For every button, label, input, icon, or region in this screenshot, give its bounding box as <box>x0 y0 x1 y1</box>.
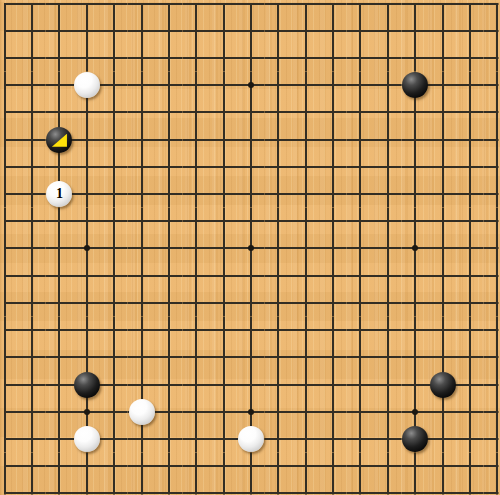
intersection-T18[interactable] <box>484 17 500 44</box>
intersection-J10[interactable] <box>210 235 237 262</box>
intersection-F17[interactable] <box>128 44 155 71</box>
intersection-R15[interactable] <box>429 99 456 126</box>
intersection-O11[interactable] <box>347 208 374 235</box>
intersection-B6[interactable] <box>18 344 45 371</box>
intersection-N2[interactable] <box>319 453 346 480</box>
intersection-S14[interactable] <box>456 126 483 153</box>
intersection-N13[interactable] <box>319 153 346 180</box>
intersection-F14[interactable] <box>128 126 155 153</box>
intersection-D8[interactable] <box>73 289 100 316</box>
intersection-Q19[interactable] <box>402 0 429 17</box>
intersection-J7[interactable] <box>210 317 237 344</box>
intersection-F18[interactable] <box>128 17 155 44</box>
intersection-C18[interactable] <box>46 17 73 44</box>
intersection-N14[interactable] <box>319 126 346 153</box>
intersection-T14[interactable] <box>484 126 500 153</box>
intersection-N9[interactable] <box>319 262 346 289</box>
intersection-C4[interactable] <box>46 398 73 425</box>
intersection-B16[interactable] <box>18 72 45 99</box>
intersection-G9[interactable] <box>155 262 182 289</box>
intersection-C5[interactable] <box>46 371 73 398</box>
intersection-T5[interactable] <box>484 371 500 398</box>
intersection-G6[interactable] <box>155 344 182 371</box>
intersection-N10[interactable] <box>319 235 346 262</box>
intersection-H18[interactable] <box>183 17 210 44</box>
intersection-D19[interactable] <box>73 0 100 17</box>
intersection-R7[interactable] <box>429 317 456 344</box>
intersection-N18[interactable] <box>319 17 346 44</box>
intersection-H7[interactable] <box>183 317 210 344</box>
intersection-B15[interactable] <box>18 99 45 126</box>
intersection-D7[interactable] <box>73 317 100 344</box>
intersection-L13[interactable] <box>265 153 292 180</box>
intersection-R4[interactable] <box>429 398 456 425</box>
intersection-S17[interactable] <box>456 44 483 71</box>
intersection-O13[interactable] <box>347 153 374 180</box>
intersection-E1[interactable] <box>100 480 127 495</box>
intersection-G1[interactable] <box>155 480 182 495</box>
intersection-Q10[interactable] <box>402 235 429 262</box>
intersection-G11[interactable] <box>155 208 182 235</box>
intersection-M18[interactable] <box>292 17 319 44</box>
intersection-N17[interactable] <box>319 44 346 71</box>
intersection-L14[interactable] <box>265 126 292 153</box>
intersection-R9[interactable] <box>429 262 456 289</box>
intersection-G18[interactable] <box>155 17 182 44</box>
intersection-S16[interactable] <box>456 72 483 99</box>
intersection-E11[interactable] <box>100 208 127 235</box>
intersection-L8[interactable] <box>265 289 292 316</box>
intersection-F11[interactable] <box>128 208 155 235</box>
intersection-O17[interactable] <box>347 44 374 71</box>
intersection-A13[interactable] <box>0 153 18 180</box>
intersection-M2[interactable] <box>292 453 319 480</box>
intersection-S5[interactable] <box>456 371 483 398</box>
intersection-E16[interactable] <box>100 72 127 99</box>
intersection-F7[interactable] <box>128 317 155 344</box>
intersection-L6[interactable] <box>265 344 292 371</box>
intersection-M19[interactable] <box>292 0 319 17</box>
intersection-Q12[interactable] <box>402 180 429 207</box>
intersection-D4[interactable] <box>73 398 100 425</box>
intersection-K19[interactable] <box>237 0 264 17</box>
intersection-A18[interactable] <box>0 17 18 44</box>
intersection-H6[interactable] <box>183 344 210 371</box>
intersection-T7[interactable] <box>484 317 500 344</box>
intersection-L19[interactable] <box>265 0 292 17</box>
intersection-J5[interactable] <box>210 371 237 398</box>
intersection-N8[interactable] <box>319 289 346 316</box>
intersection-L16[interactable] <box>265 72 292 99</box>
intersection-P18[interactable] <box>374 17 401 44</box>
intersection-L2[interactable] <box>265 453 292 480</box>
intersection-E13[interactable] <box>100 153 127 180</box>
intersection-L17[interactable] <box>265 44 292 71</box>
intersection-Q15[interactable] <box>402 99 429 126</box>
intersection-B2[interactable] <box>18 453 45 480</box>
intersection-P16[interactable] <box>374 72 401 99</box>
intersection-B10[interactable] <box>18 235 45 262</box>
intersection-G5[interactable] <box>155 371 182 398</box>
intersection-O9[interactable] <box>347 262 374 289</box>
intersection-K9[interactable] <box>237 262 264 289</box>
intersection-Q2[interactable] <box>402 453 429 480</box>
intersection-K11[interactable] <box>237 208 264 235</box>
intersection-B12[interactable] <box>18 180 45 207</box>
intersection-P19[interactable] <box>374 0 401 17</box>
intersection-K16[interactable] <box>237 72 264 99</box>
intersection-D1[interactable] <box>73 480 100 495</box>
intersection-F6[interactable] <box>128 344 155 371</box>
intersection-A8[interactable] <box>0 289 18 316</box>
intersection-N6[interactable] <box>319 344 346 371</box>
intersection-D14[interactable] <box>73 126 100 153</box>
intersection-D9[interactable] <box>73 262 100 289</box>
intersection-B14[interactable] <box>18 126 45 153</box>
intersection-A11[interactable] <box>0 208 18 235</box>
intersection-H3[interactable] <box>183 425 210 452</box>
intersection-J13[interactable] <box>210 153 237 180</box>
intersection-T17[interactable] <box>484 44 500 71</box>
intersection-O5[interactable] <box>347 371 374 398</box>
intersection-G13[interactable] <box>155 153 182 180</box>
intersection-S12[interactable] <box>456 180 483 207</box>
intersection-T16[interactable] <box>484 72 500 99</box>
intersection-L4[interactable] <box>265 398 292 425</box>
intersection-Q8[interactable] <box>402 289 429 316</box>
intersection-L5[interactable] <box>265 371 292 398</box>
intersection-F16[interactable] <box>128 72 155 99</box>
intersection-J1[interactable] <box>210 480 237 495</box>
intersection-Q18[interactable] <box>402 17 429 44</box>
intersection-B17[interactable] <box>18 44 45 71</box>
intersection-N1[interactable] <box>319 480 346 495</box>
intersection-D16[interactable] <box>73 72 100 99</box>
intersection-E4[interactable] <box>100 398 127 425</box>
intersection-K5[interactable] <box>237 371 264 398</box>
intersection-C16[interactable] <box>46 72 73 99</box>
intersection-R18[interactable] <box>429 17 456 44</box>
intersection-F2[interactable] <box>128 453 155 480</box>
intersection-G19[interactable] <box>155 0 182 17</box>
intersection-F10[interactable] <box>128 235 155 262</box>
intersection-H10[interactable] <box>183 235 210 262</box>
intersection-M12[interactable] <box>292 180 319 207</box>
intersection-A6[interactable] <box>0 344 18 371</box>
intersection-R5[interactable] <box>429 371 456 398</box>
intersection-J17[interactable] <box>210 44 237 71</box>
intersection-P12[interactable] <box>374 180 401 207</box>
intersection-R10[interactable] <box>429 235 456 262</box>
intersection-E2[interactable] <box>100 453 127 480</box>
intersection-K17[interactable] <box>237 44 264 71</box>
intersection-B1[interactable] <box>18 480 45 495</box>
intersection-O10[interactable] <box>347 235 374 262</box>
intersection-O3[interactable] <box>347 425 374 452</box>
intersection-O7[interactable] <box>347 317 374 344</box>
intersection-K15[interactable] <box>237 99 264 126</box>
intersection-E15[interactable] <box>100 99 127 126</box>
intersection-J2[interactable] <box>210 453 237 480</box>
intersection-T6[interactable] <box>484 344 500 371</box>
intersection-H17[interactable] <box>183 44 210 71</box>
intersection-B5[interactable] <box>18 371 45 398</box>
intersection-G15[interactable] <box>155 99 182 126</box>
intersection-T1[interactable] <box>484 480 500 495</box>
intersection-Q1[interactable] <box>402 480 429 495</box>
intersection-C15[interactable] <box>46 99 73 126</box>
intersection-P14[interactable] <box>374 126 401 153</box>
intersection-P4[interactable] <box>374 398 401 425</box>
intersection-S10[interactable] <box>456 235 483 262</box>
intersection-P17[interactable] <box>374 44 401 71</box>
intersection-B8[interactable] <box>18 289 45 316</box>
intersection-E6[interactable] <box>100 344 127 371</box>
intersection-S8[interactable] <box>456 289 483 316</box>
intersection-A7[interactable] <box>0 317 18 344</box>
intersection-B7[interactable] <box>18 317 45 344</box>
intersection-P1[interactable] <box>374 480 401 495</box>
intersection-M13[interactable] <box>292 153 319 180</box>
intersection-C12[interactable]: 1 <box>46 180 73 207</box>
intersection-Q7[interactable] <box>402 317 429 344</box>
intersection-C7[interactable] <box>46 317 73 344</box>
intersection-E9[interactable] <box>100 262 127 289</box>
intersection-C14[interactable] <box>46 126 73 153</box>
intersection-K1[interactable] <box>237 480 264 495</box>
intersection-P10[interactable] <box>374 235 401 262</box>
intersection-B11[interactable] <box>18 208 45 235</box>
intersection-H11[interactable] <box>183 208 210 235</box>
intersection-T15[interactable] <box>484 99 500 126</box>
intersection-P8[interactable] <box>374 289 401 316</box>
intersection-S9[interactable] <box>456 262 483 289</box>
intersection-L10[interactable] <box>265 235 292 262</box>
intersection-B13[interactable] <box>18 153 45 180</box>
intersection-G7[interactable] <box>155 317 182 344</box>
intersection-M15[interactable] <box>292 99 319 126</box>
intersection-R6[interactable] <box>429 344 456 371</box>
intersection-A1[interactable] <box>0 480 18 495</box>
intersection-C11[interactable] <box>46 208 73 235</box>
intersection-M4[interactable] <box>292 398 319 425</box>
intersection-A16[interactable] <box>0 72 18 99</box>
intersection-P6[interactable] <box>374 344 401 371</box>
intersection-J4[interactable] <box>210 398 237 425</box>
intersection-G14[interactable] <box>155 126 182 153</box>
intersection-D6[interactable] <box>73 344 100 371</box>
intersection-F15[interactable] <box>128 99 155 126</box>
intersection-C1[interactable] <box>46 480 73 495</box>
intersection-R16[interactable] <box>429 72 456 99</box>
intersection-M3[interactable] <box>292 425 319 452</box>
intersection-O2[interactable] <box>347 453 374 480</box>
intersection-M7[interactable] <box>292 317 319 344</box>
intersection-T10[interactable] <box>484 235 500 262</box>
intersection-J18[interactable] <box>210 17 237 44</box>
intersection-O6[interactable] <box>347 344 374 371</box>
intersection-C2[interactable] <box>46 453 73 480</box>
intersection-T13[interactable] <box>484 153 500 180</box>
intersection-J15[interactable] <box>210 99 237 126</box>
intersection-S19[interactable] <box>456 0 483 17</box>
intersection-N12[interactable] <box>319 180 346 207</box>
intersection-K6[interactable] <box>237 344 264 371</box>
intersection-P15[interactable] <box>374 99 401 126</box>
intersection-Q3[interactable] <box>402 425 429 452</box>
intersection-R17[interactable] <box>429 44 456 71</box>
intersection-G16[interactable] <box>155 72 182 99</box>
intersection-M8[interactable] <box>292 289 319 316</box>
intersection-K14[interactable] <box>237 126 264 153</box>
intersection-D17[interactable] <box>73 44 100 71</box>
intersection-M16[interactable] <box>292 72 319 99</box>
intersection-A19[interactable] <box>0 0 18 17</box>
intersection-D18[interactable] <box>73 17 100 44</box>
intersection-H5[interactable] <box>183 371 210 398</box>
intersection-E14[interactable] <box>100 126 127 153</box>
intersection-F13[interactable] <box>128 153 155 180</box>
intersection-K3[interactable] <box>237 425 264 452</box>
intersection-N3[interactable] <box>319 425 346 452</box>
intersection-E3[interactable] <box>100 425 127 452</box>
intersection-P13[interactable] <box>374 153 401 180</box>
intersection-R2[interactable] <box>429 453 456 480</box>
intersection-N19[interactable] <box>319 0 346 17</box>
intersection-O14[interactable] <box>347 126 374 153</box>
intersection-B4[interactable] <box>18 398 45 425</box>
intersection-A2[interactable] <box>0 453 18 480</box>
intersection-K2[interactable] <box>237 453 264 480</box>
intersection-D15[interactable] <box>73 99 100 126</box>
intersection-O4[interactable] <box>347 398 374 425</box>
intersection-D12[interactable] <box>73 180 100 207</box>
intersection-O8[interactable] <box>347 289 374 316</box>
intersection-P11[interactable] <box>374 208 401 235</box>
intersection-E5[interactable] <box>100 371 127 398</box>
intersection-F9[interactable] <box>128 262 155 289</box>
intersection-C19[interactable] <box>46 0 73 17</box>
intersection-M1[interactable] <box>292 480 319 495</box>
intersection-T4[interactable] <box>484 398 500 425</box>
intersection-H1[interactable] <box>183 480 210 495</box>
intersection-B18[interactable] <box>18 17 45 44</box>
intersection-D11[interactable] <box>73 208 100 235</box>
intersection-N11[interactable] <box>319 208 346 235</box>
intersection-E19[interactable] <box>100 0 127 17</box>
intersection-C17[interactable] <box>46 44 73 71</box>
intersection-C8[interactable] <box>46 289 73 316</box>
intersection-O1[interactable] <box>347 480 374 495</box>
intersection-S4[interactable] <box>456 398 483 425</box>
intersection-C13[interactable] <box>46 153 73 180</box>
intersection-Q14[interactable] <box>402 126 429 153</box>
intersection-D2[interactable] <box>73 453 100 480</box>
intersection-S11[interactable] <box>456 208 483 235</box>
intersection-R13[interactable] <box>429 153 456 180</box>
intersection-J16[interactable] <box>210 72 237 99</box>
intersection-H13[interactable] <box>183 153 210 180</box>
intersection-Q13[interactable] <box>402 153 429 180</box>
intersection-H8[interactable] <box>183 289 210 316</box>
intersection-F19[interactable] <box>128 0 155 17</box>
intersection-J8[interactable] <box>210 289 237 316</box>
intersection-E7[interactable] <box>100 317 127 344</box>
intersection-R1[interactable] <box>429 480 456 495</box>
intersection-B9[interactable] <box>18 262 45 289</box>
intersection-D13[interactable] <box>73 153 100 180</box>
intersection-R12[interactable] <box>429 180 456 207</box>
intersection-K13[interactable] <box>237 153 264 180</box>
intersection-S2[interactable] <box>456 453 483 480</box>
intersection-J6[interactable] <box>210 344 237 371</box>
intersection-T12[interactable] <box>484 180 500 207</box>
intersection-Q6[interactable] <box>402 344 429 371</box>
intersection-A15[interactable] <box>0 99 18 126</box>
intersection-J9[interactable] <box>210 262 237 289</box>
intersection-O16[interactable] <box>347 72 374 99</box>
intersection-S7[interactable] <box>456 317 483 344</box>
intersection-T3[interactable] <box>484 425 500 452</box>
intersection-M6[interactable] <box>292 344 319 371</box>
intersection-G12[interactable] <box>155 180 182 207</box>
intersection-M10[interactable] <box>292 235 319 262</box>
intersection-S15[interactable] <box>456 99 483 126</box>
intersection-A17[interactable] <box>0 44 18 71</box>
intersection-H4[interactable] <box>183 398 210 425</box>
intersection-E12[interactable] <box>100 180 127 207</box>
intersection-G8[interactable] <box>155 289 182 316</box>
intersection-M5[interactable] <box>292 371 319 398</box>
intersection-Q9[interactable] <box>402 262 429 289</box>
intersection-A10[interactable] <box>0 235 18 262</box>
intersection-P9[interactable] <box>374 262 401 289</box>
intersection-A5[interactable] <box>0 371 18 398</box>
intersection-F3[interactable] <box>128 425 155 452</box>
intersection-L9[interactable] <box>265 262 292 289</box>
intersection-Q17[interactable] <box>402 44 429 71</box>
intersection-S3[interactable] <box>456 425 483 452</box>
intersection-H2[interactable] <box>183 453 210 480</box>
intersection-O19[interactable] <box>347 0 374 17</box>
intersection-B3[interactable] <box>18 425 45 452</box>
intersection-J11[interactable] <box>210 208 237 235</box>
intersection-N16[interactable] <box>319 72 346 99</box>
intersection-K10[interactable] <box>237 235 264 262</box>
intersection-F12[interactable] <box>128 180 155 207</box>
intersection-K7[interactable] <box>237 317 264 344</box>
intersection-N7[interactable] <box>319 317 346 344</box>
intersection-F1[interactable] <box>128 480 155 495</box>
intersection-S18[interactable] <box>456 17 483 44</box>
intersection-K4[interactable] <box>237 398 264 425</box>
intersection-L11[interactable] <box>265 208 292 235</box>
intersection-C10[interactable] <box>46 235 73 262</box>
intersection-T9[interactable] <box>484 262 500 289</box>
intersection-T8[interactable] <box>484 289 500 316</box>
intersection-A9[interactable] <box>0 262 18 289</box>
intersection-E8[interactable] <box>100 289 127 316</box>
intersection-A14[interactable] <box>0 126 18 153</box>
intersection-D10[interactable] <box>73 235 100 262</box>
intersection-M14[interactable] <box>292 126 319 153</box>
intersection-P5[interactable] <box>374 371 401 398</box>
intersection-R8[interactable] <box>429 289 456 316</box>
intersection-H14[interactable] <box>183 126 210 153</box>
intersection-G3[interactable] <box>155 425 182 452</box>
intersection-K12[interactable] <box>237 180 264 207</box>
intersection-N15[interactable] <box>319 99 346 126</box>
